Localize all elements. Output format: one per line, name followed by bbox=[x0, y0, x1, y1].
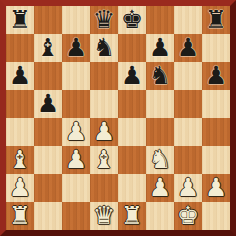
square-c6[interactable] bbox=[62, 62, 90, 90]
square-a1[interactable]: ♜ bbox=[6, 202, 34, 230]
piece-white-pawn[interactable]: ♟ bbox=[9, 174, 31, 202]
square-h6[interactable]: ♟ bbox=[202, 62, 230, 90]
square-c5[interactable] bbox=[62, 90, 90, 118]
square-a2[interactable]: ♟ bbox=[6, 174, 34, 202]
square-f4[interactable] bbox=[146, 118, 174, 146]
square-h4[interactable] bbox=[202, 118, 230, 146]
piece-white-bishop[interactable]: ♝ bbox=[9, 146, 31, 174]
square-a3[interactable]: ♝ bbox=[6, 146, 34, 174]
square-d7[interactable]: ♞ bbox=[90, 34, 118, 62]
piece-black-pawn[interactable]: ♟ bbox=[121, 62, 143, 90]
square-g8[interactable] bbox=[174, 6, 202, 34]
square-f3[interactable]: ♞ bbox=[146, 146, 174, 174]
piece-black-pawn[interactable]: ♟ bbox=[37, 90, 59, 118]
square-a6[interactable]: ♟ bbox=[6, 62, 34, 90]
piece-black-pawn[interactable]: ♟ bbox=[149, 34, 171, 62]
square-h5[interactable] bbox=[202, 90, 230, 118]
square-e8[interactable]: ♚ bbox=[118, 6, 146, 34]
square-d5[interactable] bbox=[90, 90, 118, 118]
piece-white-bishop[interactable]: ♝ bbox=[93, 146, 115, 174]
square-h1[interactable] bbox=[202, 202, 230, 230]
square-g6[interactable] bbox=[174, 62, 202, 90]
piece-black-rook[interactable]: ♜ bbox=[9, 6, 31, 34]
piece-black-bishop[interactable]: ♝ bbox=[37, 34, 59, 62]
piece-black-knight[interactable]: ♞ bbox=[149, 62, 171, 90]
square-e1[interactable]: ♜ bbox=[118, 202, 146, 230]
board-frame: ♜♛♚♜♝♟♞♟♟♟♟♞♟♟♟♟♝♟♝♞♟♟♟♟♜♛♜♚ bbox=[0, 0, 236, 236]
square-b2[interactable] bbox=[34, 174, 62, 202]
square-f7[interactable]: ♟ bbox=[146, 34, 174, 62]
piece-black-pawn[interactable]: ♟ bbox=[9, 62, 31, 90]
square-d3[interactable]: ♝ bbox=[90, 146, 118, 174]
square-d6[interactable] bbox=[90, 62, 118, 90]
square-c7[interactable]: ♟ bbox=[62, 34, 90, 62]
piece-black-pawn[interactable]: ♟ bbox=[65, 34, 87, 62]
square-c3[interactable]: ♟ bbox=[62, 146, 90, 174]
piece-black-pawn[interactable]: ♟ bbox=[177, 34, 199, 62]
square-e5[interactable] bbox=[118, 90, 146, 118]
square-f1[interactable] bbox=[146, 202, 174, 230]
piece-black-king[interactable]: ♚ bbox=[121, 6, 143, 34]
square-e6[interactable]: ♟ bbox=[118, 62, 146, 90]
piece-white-pawn[interactable]: ♟ bbox=[93, 118, 115, 146]
piece-white-queen[interactable]: ♛ bbox=[93, 202, 115, 230]
square-e4[interactable] bbox=[118, 118, 146, 146]
square-d1[interactable]: ♛ bbox=[90, 202, 118, 230]
square-b4[interactable] bbox=[34, 118, 62, 146]
square-c8[interactable] bbox=[62, 6, 90, 34]
square-f2[interactable]: ♟ bbox=[146, 174, 174, 202]
square-e3[interactable] bbox=[118, 146, 146, 174]
square-b7[interactable]: ♝ bbox=[34, 34, 62, 62]
piece-white-king[interactable]: ♚ bbox=[177, 202, 199, 230]
square-c4[interactable]: ♟ bbox=[62, 118, 90, 146]
piece-white-pawn[interactable]: ♟ bbox=[205, 174, 227, 202]
square-f5[interactable] bbox=[146, 90, 174, 118]
square-h3[interactable] bbox=[202, 146, 230, 174]
square-d2[interactable] bbox=[90, 174, 118, 202]
piece-black-pawn[interactable]: ♟ bbox=[205, 62, 227, 90]
square-g1[interactable]: ♚ bbox=[174, 202, 202, 230]
square-b6[interactable] bbox=[34, 62, 62, 90]
square-g2[interactable]: ♟ bbox=[174, 174, 202, 202]
piece-black-knight[interactable]: ♞ bbox=[93, 34, 115, 62]
square-f8[interactable] bbox=[146, 6, 174, 34]
square-g3[interactable] bbox=[174, 146, 202, 174]
piece-black-queen[interactable]: ♛ bbox=[93, 6, 115, 34]
square-c1[interactable] bbox=[62, 202, 90, 230]
square-e7[interactable] bbox=[118, 34, 146, 62]
square-h8[interactable]: ♜ bbox=[202, 6, 230, 34]
piece-white-knight[interactable]: ♞ bbox=[149, 146, 171, 174]
square-b3[interactable] bbox=[34, 146, 62, 174]
square-b8[interactable] bbox=[34, 6, 62, 34]
square-g4[interactable] bbox=[174, 118, 202, 146]
piece-black-rook[interactable]: ♜ bbox=[205, 6, 227, 34]
square-a5[interactable] bbox=[6, 90, 34, 118]
chess-board: ♜♛♚♜♝♟♞♟♟♟♟♞♟♟♟♟♝♟♝♞♟♟♟♟♜♛♜♚ bbox=[6, 6, 230, 230]
piece-white-rook[interactable]: ♜ bbox=[9, 202, 31, 230]
square-a4[interactable] bbox=[6, 118, 34, 146]
square-c2[interactable] bbox=[62, 174, 90, 202]
square-h2[interactable]: ♟ bbox=[202, 174, 230, 202]
piece-white-pawn[interactable]: ♟ bbox=[149, 174, 171, 202]
square-f6[interactable]: ♞ bbox=[146, 62, 174, 90]
square-e2[interactable] bbox=[118, 174, 146, 202]
square-h7[interactable] bbox=[202, 34, 230, 62]
piece-white-pawn[interactable]: ♟ bbox=[177, 174, 199, 202]
piece-white-rook[interactable]: ♜ bbox=[121, 202, 143, 230]
square-b1[interactable] bbox=[34, 202, 62, 230]
square-d4[interactable]: ♟ bbox=[90, 118, 118, 146]
square-a7[interactable] bbox=[6, 34, 34, 62]
square-g5[interactable] bbox=[174, 90, 202, 118]
piece-white-pawn[interactable]: ♟ bbox=[65, 146, 87, 174]
square-a8[interactable]: ♜ bbox=[6, 6, 34, 34]
square-b5[interactable]: ♟ bbox=[34, 90, 62, 118]
square-d8[interactable]: ♛ bbox=[90, 6, 118, 34]
piece-white-pawn[interactable]: ♟ bbox=[65, 118, 87, 146]
square-g7[interactable]: ♟ bbox=[174, 34, 202, 62]
